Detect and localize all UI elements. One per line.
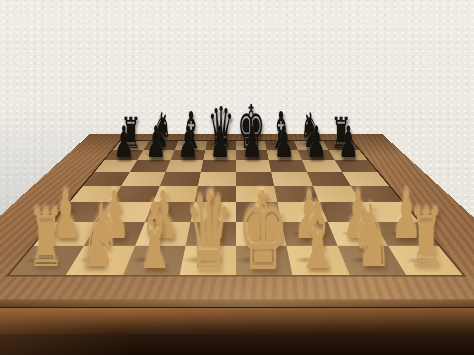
board-square bbox=[111, 186, 159, 202]
board-square bbox=[342, 172, 389, 186]
board-square bbox=[165, 160, 203, 172]
board-square bbox=[203, 150, 236, 160]
board-square bbox=[323, 141, 359, 150]
board-square bbox=[269, 160, 307, 172]
board-square bbox=[190, 202, 236, 222]
board-square bbox=[236, 150, 269, 160]
board-square bbox=[236, 186, 278, 202]
table-apron bbox=[0, 334, 474, 355]
board-square bbox=[175, 141, 208, 150]
board-square bbox=[137, 150, 174, 160]
board-square bbox=[179, 246, 236, 275]
board-square bbox=[160, 172, 201, 186]
board-back-bevel bbox=[90, 134, 383, 135]
board-square bbox=[271, 172, 312, 186]
board-square bbox=[265, 141, 298, 150]
board-square bbox=[236, 202, 282, 222]
board-square bbox=[123, 246, 186, 275]
board-square bbox=[144, 141, 179, 150]
board-square bbox=[135, 222, 190, 246]
board-square bbox=[121, 172, 165, 186]
board-square bbox=[351, 186, 403, 202]
board-square bbox=[153, 186, 198, 202]
board-square bbox=[205, 141, 236, 150]
board-square bbox=[170, 150, 205, 160]
chess-photo-scene: ♜♞♝♛♚♝♞♜♟♟♟♟♟♟♟♟♟♟♟♟♟♟♟♟♜♞♝♛♚♝♞♜ bbox=[0, 0, 474, 355]
chess-board bbox=[0, 134, 474, 307]
table-front-edge bbox=[0, 307, 474, 335]
board-square bbox=[185, 222, 236, 246]
board-square bbox=[130, 160, 170, 172]
board-square bbox=[335, 160, 378, 172]
board-square bbox=[274, 186, 319, 202]
board-square bbox=[328, 150, 367, 160]
board-square bbox=[194, 186, 236, 202]
board-grid bbox=[5, 140, 466, 276]
board-square bbox=[201, 160, 236, 172]
board-square bbox=[145, 202, 195, 222]
board-square bbox=[236, 246, 293, 275]
board-square bbox=[198, 172, 236, 186]
board-square bbox=[267, 150, 302, 160]
board-square bbox=[236, 172, 274, 186]
board-square bbox=[236, 222, 287, 246]
board-front-bevel bbox=[0, 299, 474, 307]
board-square bbox=[236, 160, 271, 172]
board-square bbox=[236, 141, 267, 150]
